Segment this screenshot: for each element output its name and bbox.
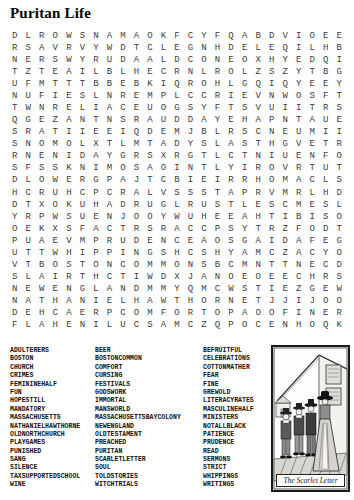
- grid-cell: I: [319, 127, 333, 139]
- grid-cell: S: [305, 90, 319, 102]
- grid-cell: I: [157, 78, 171, 90]
- grid-cell: I: [332, 54, 346, 66]
- grid-cell: N: [103, 115, 117, 127]
- grid-cell: I: [238, 163, 252, 175]
- grid-cell: A: [251, 115, 265, 127]
- puzzle-page: { "game": "word-search", "title": "Purit…: [0, 0, 354, 500]
- grid-cell: W: [62, 30, 76, 42]
- grid-cell: M: [116, 30, 130, 42]
- grid-cell: Z: [278, 223, 292, 235]
- grid-cell: E: [49, 284, 63, 296]
- grid-cell: E: [224, 115, 238, 127]
- grid-cell: Z: [197, 320, 211, 332]
- grid-cell: Q: [278, 78, 292, 90]
- grid-cell: P: [89, 187, 103, 199]
- grid-cell: N: [103, 90, 117, 102]
- grid-cell: N: [278, 115, 292, 127]
- grid-cell: C: [184, 320, 198, 332]
- grid-cell: T: [76, 78, 90, 90]
- grid-cell: S: [224, 235, 238, 247]
- word-list-item: FEAR: [203, 372, 269, 380]
- word-list-item: TAXSUPPORTEDSCHOOL: [10, 473, 95, 481]
- grid-cell: C: [170, 235, 184, 247]
- grid-cell: S: [62, 223, 76, 235]
- grid-cell: D: [170, 54, 184, 66]
- grid-cell: A: [35, 235, 49, 247]
- grid-cell: G: [22, 115, 36, 127]
- grid-cell: S: [197, 187, 211, 199]
- grid-cell: S: [130, 163, 144, 175]
- grid-cell: L: [89, 284, 103, 296]
- grid-cell: P: [265, 115, 279, 127]
- grid-cell: R: [116, 187, 130, 199]
- grid-cell: T: [89, 115, 103, 127]
- grid-cell: A: [251, 235, 265, 247]
- grid-cell: Y: [184, 139, 198, 151]
- grid-cell: C: [76, 187, 90, 199]
- grid-cell: B: [332, 42, 346, 54]
- grid-cell: G: [278, 139, 292, 151]
- grid-cell: D: [332, 260, 346, 272]
- grid-cell: W: [35, 284, 49, 296]
- grid-cell: O: [157, 163, 171, 175]
- word-list-item: SCARLETLETTER: [95, 456, 203, 464]
- grid-cell: C: [251, 127, 265, 139]
- word-list-item: IMMORTAL: [95, 397, 203, 405]
- grid-cell: Z: [278, 247, 292, 259]
- grid-cell: A: [143, 115, 157, 127]
- grid-cell: S: [238, 139, 252, 151]
- grid-cell: A: [143, 163, 157, 175]
- grid-cell: H: [265, 54, 279, 66]
- grid-cell: M: [170, 320, 184, 332]
- grid-cell: P: [103, 175, 117, 187]
- grid-cell: T: [35, 247, 49, 259]
- grid-cell: C: [319, 260, 333, 272]
- grid-cell: I: [305, 211, 319, 223]
- grid-cell: O: [170, 260, 184, 272]
- grid-cell: E: [103, 127, 117, 139]
- grid-cell: B: [130, 78, 144, 90]
- grid-cell: C: [184, 247, 198, 259]
- grid-cell: F: [35, 90, 49, 102]
- grid-cell: B: [292, 211, 306, 223]
- grid-cell: S: [224, 223, 238, 235]
- grid-cell: N: [103, 260, 117, 272]
- grid-cell: O: [224, 272, 238, 284]
- grid-cell: O: [62, 139, 76, 151]
- grid-cell: G: [332, 66, 346, 78]
- grid-cell: I: [76, 66, 90, 78]
- grid-cell: E: [305, 139, 319, 151]
- grid-cell: E: [319, 30, 333, 42]
- grid-cell: S: [332, 175, 346, 187]
- grid-cell: U: [116, 320, 130, 332]
- grid-cell: P: [238, 187, 252, 199]
- grid-cell: D: [265, 30, 279, 42]
- grid-cell: E: [89, 211, 103, 223]
- grid-cell: R: [211, 90, 225, 102]
- grid-cell: D: [8, 199, 22, 211]
- word-list-item: SANG: [10, 456, 95, 464]
- grid-cell: B: [103, 78, 117, 90]
- grid-cell: C: [251, 320, 265, 332]
- grid-cell: M: [49, 139, 63, 151]
- grid-cell: E: [305, 260, 319, 272]
- grid-cell: B: [103, 66, 117, 78]
- grid-cell: F: [211, 102, 225, 114]
- word-list-item: CHURCH: [10, 364, 95, 372]
- word-list-item: FEMININEHALF: [10, 381, 95, 389]
- grid-cell: C: [184, 30, 198, 42]
- grid-cell: A: [157, 320, 171, 332]
- grid-cell: C: [305, 175, 319, 187]
- grid-cell: H: [319, 42, 333, 54]
- grid-cell: I: [89, 102, 103, 114]
- grid-cell: I: [184, 175, 198, 187]
- grid-cell: O: [305, 320, 319, 332]
- grid-cell: E: [89, 127, 103, 139]
- grid-cell: H: [184, 296, 198, 308]
- grid-cell: C: [292, 272, 306, 284]
- grid-cell: R: [8, 151, 22, 163]
- grid-cell: L: [76, 139, 90, 151]
- grid-cell: H: [89, 272, 103, 284]
- grid-cell: A: [238, 247, 252, 259]
- grid-cell: U: [278, 151, 292, 163]
- grid-cell: Y: [211, 115, 225, 127]
- grid-cell: I: [292, 102, 306, 114]
- grid-cell: I: [278, 211, 292, 223]
- word-list-item: OLDNORTHCHURCH: [10, 431, 95, 439]
- grid-cell: E: [116, 78, 130, 90]
- grid-cell: C: [224, 260, 238, 272]
- word-search-grid: DLROWSNAMAOKFCYFQABDVIOEERSAVRVYWDTCLEGN…: [8, 30, 346, 332]
- word-list-item: PRUDENCE: [203, 439, 269, 447]
- grid-cell: Q: [170, 78, 184, 90]
- grid-cell: W: [62, 54, 76, 66]
- grid-cell: N: [251, 151, 265, 163]
- grid-cell: O: [332, 247, 346, 259]
- grid-cell: Y: [197, 102, 211, 114]
- grid-cell: Q: [251, 78, 265, 90]
- grid-cell: U: [143, 199, 157, 211]
- grid-cell: Q: [184, 284, 198, 296]
- grid-cell: S: [197, 260, 211, 272]
- grid-cell: U: [8, 78, 22, 90]
- grid-cell: U: [292, 127, 306, 139]
- grid-cell: E: [292, 54, 306, 66]
- word-list-item: BEER: [95, 347, 203, 355]
- grid-cell: O: [332, 151, 346, 163]
- grid-cell: U: [8, 247, 22, 259]
- grid-cell: U: [76, 199, 90, 211]
- word-list-item: GREWOLD: [203, 389, 269, 397]
- word-list-item: WRITINGS: [203, 481, 269, 489]
- grid-cell: A: [35, 42, 49, 54]
- grid-cell: F: [170, 30, 184, 42]
- grid-cell: O: [224, 66, 238, 78]
- grid-cell: L: [116, 66, 130, 78]
- grid-cell: I: [265, 235, 279, 247]
- grid-cell: I: [49, 90, 63, 102]
- grid-cell: L: [211, 139, 225, 151]
- grid-cell: F: [292, 223, 306, 235]
- grid-cell: T: [22, 260, 36, 272]
- grid-cell: A: [143, 296, 157, 308]
- grid-cell: O: [89, 260, 103, 272]
- grid-cell: R: [211, 66, 225, 78]
- grid-cell: B: [35, 260, 49, 272]
- grid-cell: E: [211, 211, 225, 223]
- grid-cell: T: [238, 151, 252, 163]
- grid-cell: W: [170, 211, 184, 223]
- grid-cell: A: [89, 223, 103, 235]
- grid-cell: T: [76, 260, 90, 272]
- grid-cell: A: [35, 320, 49, 332]
- grid-cell: O: [265, 163, 279, 175]
- grid-cell: T: [116, 223, 130, 235]
- grid-cell: N: [49, 151, 63, 163]
- grid-cell: L: [157, 54, 171, 66]
- grid-cell: W: [103, 42, 117, 54]
- grid-cell: F: [157, 308, 171, 320]
- grid-cell: O: [170, 308, 184, 320]
- grid-cell: L: [143, 187, 157, 199]
- grid-cell: B: [89, 78, 103, 90]
- grid-cell: S: [8, 272, 22, 284]
- grid-cell: D: [143, 127, 157, 139]
- grid-cell: H: [170, 247, 184, 259]
- grid-cell: Y: [224, 247, 238, 259]
- grid-cell: T: [197, 163, 211, 175]
- grid-cell: Q: [8, 115, 22, 127]
- grid-cell: I: [278, 102, 292, 114]
- grid-cell: G: [170, 102, 184, 114]
- grid-cell: E: [265, 42, 279, 54]
- grid-cell: A: [89, 151, 103, 163]
- word-list-item: PATIENCE: [203, 431, 269, 439]
- grid-cell: O: [305, 223, 319, 235]
- grid-cell: U: [76, 211, 90, 223]
- grid-cell: R: [170, 151, 184, 163]
- grid-cell: U: [49, 187, 63, 199]
- grid-cell: F: [22, 163, 36, 175]
- word-list-item: NOTALLBLACK: [203, 423, 269, 431]
- grid-cell: T: [305, 66, 319, 78]
- grid-cell: V: [265, 187, 279, 199]
- grid-cell: T: [211, 187, 225, 199]
- grid-cell: O: [49, 260, 63, 272]
- grid-cell: R: [62, 42, 76, 54]
- grid-cell: E: [224, 54, 238, 66]
- grid-cell: N: [8, 54, 22, 66]
- grid-cell: A: [130, 187, 144, 199]
- grid-cell: S: [211, 199, 225, 211]
- grid-cell: C: [157, 66, 171, 78]
- grid-cell: A: [224, 187, 238, 199]
- grid-cell: B: [211, 260, 225, 272]
- grid-cell: E: [76, 308, 90, 320]
- grid-cell: N: [22, 139, 36, 151]
- word-list-item: MASCULINEHALF: [203, 406, 269, 414]
- grid-cell: U: [22, 90, 36, 102]
- word-list-item: NATHANIELHAWTHORNE: [10, 423, 95, 431]
- grid-cell: O: [197, 296, 211, 308]
- grid-cell: G: [238, 78, 252, 90]
- grid-cell: I: [170, 163, 184, 175]
- grid-cell: D: [319, 223, 333, 235]
- grid-cell: T: [76, 272, 90, 284]
- grid-cell: G: [76, 284, 90, 296]
- grid-cell: L: [89, 66, 103, 78]
- grid-cell: D: [184, 115, 198, 127]
- grid-cell: C: [22, 187, 36, 199]
- grid-cell: T: [251, 284, 265, 296]
- grid-cell: T: [103, 139, 117, 151]
- grid-cell: I: [211, 175, 225, 187]
- grid-cell: E: [278, 272, 292, 284]
- grid-cell: R: [22, 211, 36, 223]
- grid-cell: W: [278, 90, 292, 102]
- word-list-item: FUN: [10, 389, 95, 397]
- grid-cell: E: [305, 78, 319, 90]
- grid-cell: K: [62, 199, 76, 211]
- grid-cell: E: [278, 127, 292, 139]
- grid-cell: F: [211, 30, 225, 42]
- grid-cell: G: [238, 235, 252, 247]
- grid-cell: D: [332, 187, 346, 199]
- grid-cell: C: [197, 90, 211, 102]
- grid-cell: G: [157, 199, 171, 211]
- grid-cell: U: [157, 115, 171, 127]
- grid-cell: Y: [197, 30, 211, 42]
- grid-cell: L: [224, 78, 238, 90]
- grid-cell: C: [103, 223, 117, 235]
- grid-cell: S: [332, 102, 346, 114]
- grid-cell: S: [265, 66, 279, 78]
- grid-cell: T: [332, 90, 346, 102]
- grid-cell: I: [332, 127, 346, 139]
- grid-cell: T: [265, 211, 279, 223]
- grid-cell: I: [76, 247, 90, 259]
- grid-cell: E: [49, 66, 63, 78]
- grid-cell: K: [157, 30, 171, 42]
- word-list-item: CRIMES: [10, 372, 95, 380]
- grid-cell: Q: [224, 30, 238, 42]
- grid-cell: R: [292, 187, 306, 199]
- grid-cell: I: [265, 78, 279, 90]
- grid-cell: I: [265, 284, 279, 296]
- grid-cell: N: [22, 151, 36, 163]
- grid-cell: V: [292, 139, 306, 151]
- grid-cell: Z: [22, 66, 36, 78]
- grid-cell: M: [170, 127, 184, 139]
- word-list-item: COMFORT: [95, 364, 203, 372]
- grid-cell: N: [265, 90, 279, 102]
- grid-cell: L: [170, 199, 184, 211]
- grid-cell: O: [305, 30, 319, 42]
- grid-cell: O: [157, 102, 171, 114]
- grid-cell: L: [238, 199, 252, 211]
- grid-cell: D: [8, 30, 22, 42]
- grid-cell: Q: [319, 54, 333, 66]
- grid-cell: E: [238, 90, 252, 102]
- grid-cell: I: [292, 296, 306, 308]
- grid-cell: P: [89, 235, 103, 247]
- grid-cell: K: [332, 320, 346, 332]
- grid-cell: M: [292, 199, 306, 211]
- grid-cell: N: [8, 90, 22, 102]
- grid-cell: U: [22, 235, 36, 247]
- grid-cell: A: [116, 175, 130, 187]
- grid-cell: H: [319, 187, 333, 199]
- grid-cell: O: [265, 308, 279, 320]
- grid-cell: D: [130, 235, 144, 247]
- grid-cell: D: [8, 175, 22, 187]
- grid-cell: S: [62, 260, 76, 272]
- grid-cell: W: [22, 102, 36, 114]
- grid-cell: N: [184, 163, 198, 175]
- grid-cell: E: [130, 102, 144, 114]
- word-list-item: CELEBRATIONS: [203, 355, 269, 363]
- grid-cell: G: [143, 247, 157, 259]
- grid-cell: B: [197, 127, 211, 139]
- grid-cell: L: [305, 187, 319, 199]
- grid-cell: R: [184, 78, 198, 90]
- grid-cell: A: [103, 102, 117, 114]
- grid-cell: V: [251, 90, 265, 102]
- grid-cell: T: [35, 296, 49, 308]
- grid-cell: N: [184, 260, 198, 272]
- grid-cell: J: [184, 272, 198, 284]
- grid-cell: I: [62, 151, 76, 163]
- grid-cell: X: [89, 139, 103, 151]
- grid-cell: E: [224, 211, 238, 223]
- grid-cell: U: [319, 163, 333, 175]
- grid-cell: J: [305, 296, 319, 308]
- grid-cell: A: [130, 54, 144, 66]
- grid-cell: R: [35, 187, 49, 199]
- grid-cell: O: [238, 320, 252, 332]
- word-list-item: PREACHED: [95, 439, 203, 447]
- grid-cell: A: [197, 272, 211, 284]
- grid-cell: S: [49, 163, 63, 175]
- grid-cell: S: [197, 139, 211, 151]
- word-list-item: MANSWORLD: [95, 406, 203, 414]
- grid-cell: U: [116, 235, 130, 247]
- grid-cell: P: [211, 223, 225, 235]
- grid-cell: C: [265, 247, 279, 259]
- grid-cell: V: [251, 102, 265, 114]
- grid-cell: C: [116, 102, 130, 114]
- grid-cell: N: [76, 115, 90, 127]
- grid-cell: R: [8, 42, 22, 54]
- grid-cell: L: [211, 151, 225, 163]
- grid-cell: O: [35, 139, 49, 151]
- word-list-item: LITERACYRATES: [203, 397, 269, 405]
- grid-cell: J: [184, 127, 198, 139]
- grid-cell: O: [238, 54, 252, 66]
- grid-cell: L: [332, 199, 346, 211]
- word-list-item: PUNISHED: [10, 448, 95, 456]
- grid-cell: H: [130, 296, 144, 308]
- grid-cell: I: [292, 308, 306, 320]
- grid-cell: V: [278, 30, 292, 42]
- grid-cell: Y: [278, 54, 292, 66]
- word-list-item: OLDTESTAMENT: [95, 431, 203, 439]
- grid-cell: H: [89, 199, 103, 211]
